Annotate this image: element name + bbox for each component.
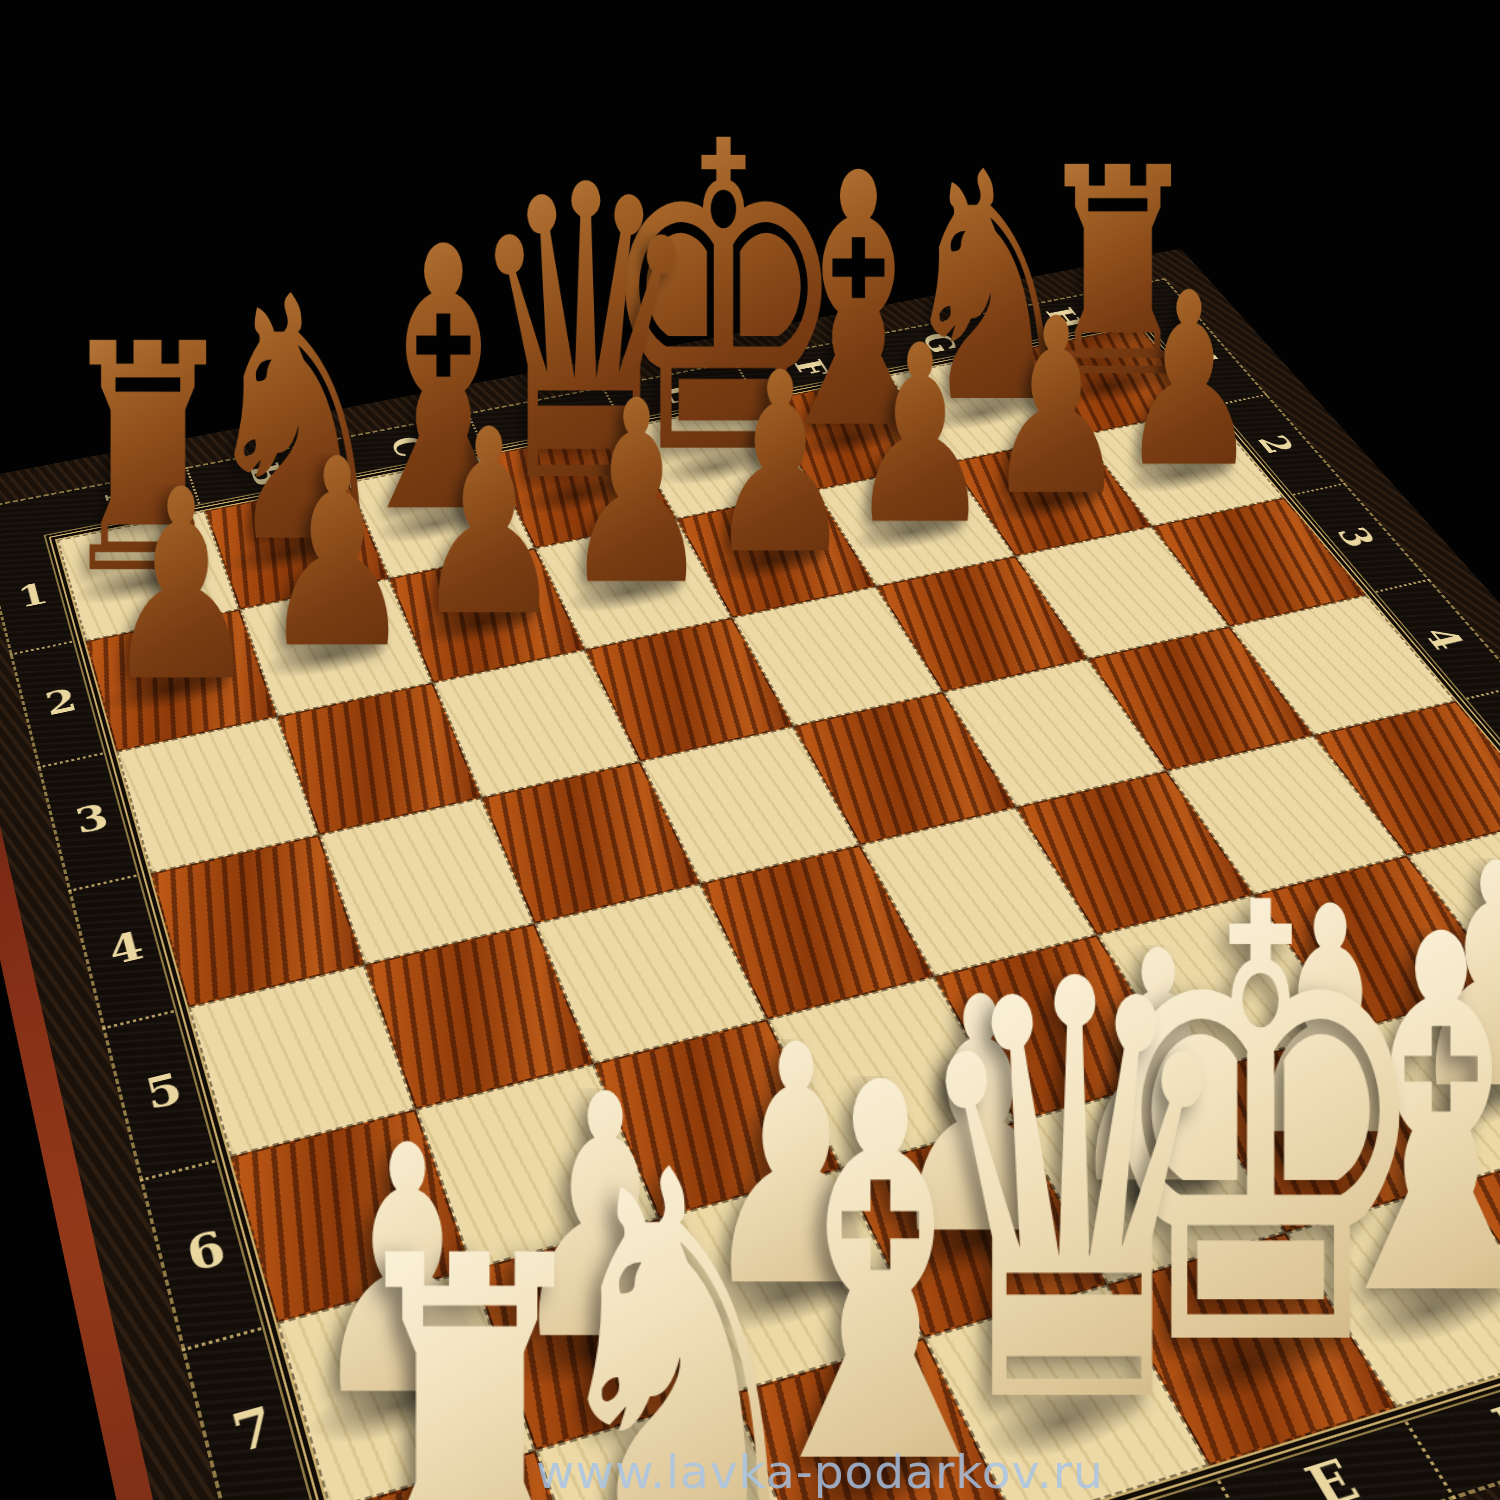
watermark: www.lavka-podarkov.ru [536,1444,1104,1499]
scene: ABCDEFGH ABCDEFGH 12345678 12345678 ♜♞♝♛… [0,0,1500,1500]
pawn-icon: ♟ [0,484,367,689]
photo-viewport: ABCDEFGH ABCDEFGH 12345678 12345678 ♜♞♝♛… [0,0,1500,1500]
chess-board: ABCDEFGH ABCDEFGH 12345678 12345678 ♜♞♝♛… [0,249,1500,1500]
